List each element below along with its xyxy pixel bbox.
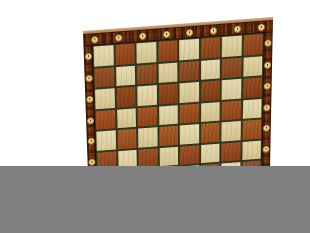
board-square — [201, 143, 220, 163]
medallion-icon — [87, 117, 94, 124]
board-square — [180, 103, 199, 123]
board-square — [138, 148, 157, 168]
medallion-icon — [234, 25, 241, 33]
board-square — [179, 39, 198, 60]
medallion-icon — [263, 125, 270, 132]
board-square — [243, 77, 262, 98]
board-square — [242, 119, 261, 139]
board-square — [117, 108, 136, 128]
medallion-icon — [263, 104, 270, 111]
board-square — [180, 145, 199, 165]
board-square — [96, 130, 115, 150]
board-square — [201, 80, 220, 101]
medallion-icon — [264, 61, 271, 69]
board-square — [242, 140, 261, 160]
product-photo — [0, 0, 310, 233]
board-square — [115, 65, 135, 86]
board-square — [179, 61, 198, 82]
board-square — [201, 123, 220, 143]
board-square — [96, 109, 116, 129]
medallion-icon — [86, 96, 93, 103]
medallion-icon — [139, 32, 146, 40]
board-square — [136, 42, 156, 63]
medallion-icon — [85, 53, 92, 61]
board-square — [222, 36, 242, 57]
board-square — [117, 129, 136, 149]
board-square — [158, 40, 178, 61]
board-square — [243, 56, 263, 77]
board-square — [201, 37, 220, 58]
medallion-icon — [86, 75, 93, 82]
medallion-icon — [115, 34, 122, 42]
gray-overlay — [0, 166, 310, 233]
medallion-icon — [186, 28, 193, 36]
board-square — [201, 102, 220, 122]
board-square — [137, 85, 156, 106]
board-square — [159, 126, 178, 146]
board-square — [138, 127, 157, 147]
board-square — [221, 121, 240, 141]
medallion-icon — [163, 30, 170, 38]
board-square — [94, 45, 114, 66]
board-square — [159, 146, 178, 166]
board-square — [115, 44, 135, 65]
medallion-icon — [264, 40, 271, 48]
board-square — [242, 98, 261, 118]
board-square — [180, 124, 199, 144]
board-square — [116, 87, 136, 108]
medallion-icon — [210, 27, 217, 35]
board-square — [222, 57, 241, 78]
board-square — [201, 59, 220, 80]
board-square — [138, 106, 157, 126]
board-square — [94, 67, 114, 88]
board-square — [137, 64, 157, 85]
board-square — [222, 79, 241, 100]
board-square — [221, 100, 240, 120]
board-square — [158, 84, 177, 105]
medallion-icon — [88, 138, 95, 145]
medallion-icon — [264, 83, 271, 90]
medallion-icon — [92, 35, 99, 43]
medallion-icon — [257, 23, 264, 31]
board-square — [179, 82, 198, 103]
medallion-icon — [263, 145, 270, 152]
medallion-icon — [88, 158, 95, 165]
board-square — [95, 88, 115, 109]
board-square — [221, 142, 240, 162]
board-square — [243, 34, 263, 55]
board-square — [158, 62, 177, 83]
board-square — [159, 105, 178, 125]
